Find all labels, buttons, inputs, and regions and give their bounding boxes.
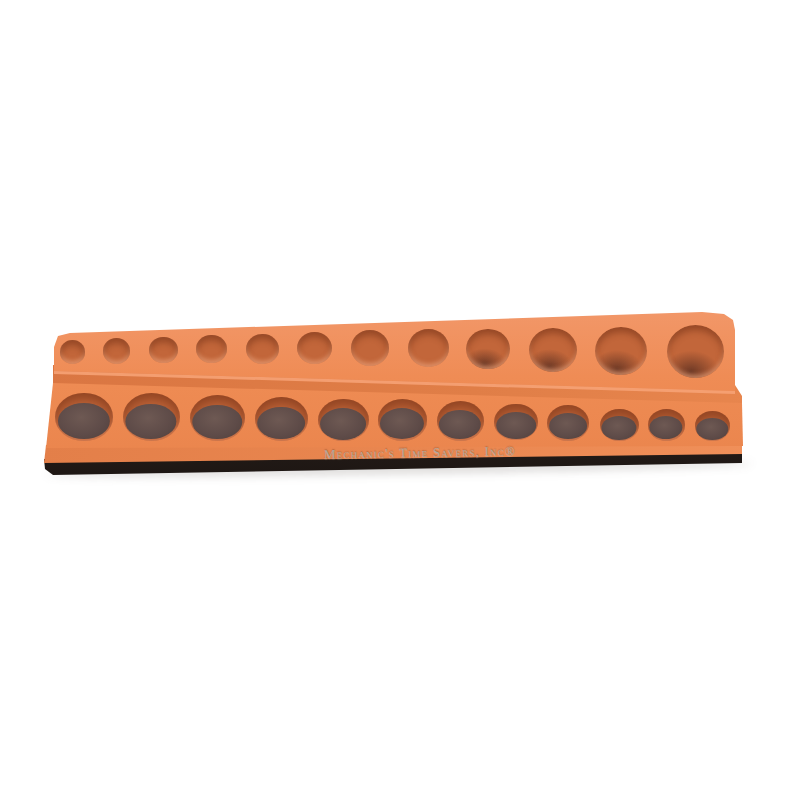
photo-background: Mechanic's Time Savers, Inc® <box>0 0 800 800</box>
magnet-disc <box>380 408 424 438</box>
magnet-disc <box>125 404 176 439</box>
magnet-disc <box>601 416 636 440</box>
magnet-disc <box>649 416 682 439</box>
large-socket-hole <box>547 405 589 440</box>
socket-organizer-tray: Mechanic's Time Savers, Inc® <box>40 305 764 485</box>
large-socket-hole <box>255 397 308 442</box>
magnet-disc <box>257 407 305 440</box>
magnet-disc <box>439 410 481 439</box>
large-socket-hole <box>190 395 245 441</box>
magnet-disc <box>320 408 366 440</box>
magnet-disc <box>549 413 587 439</box>
magnet-disc <box>696 418 728 440</box>
magnet-disc <box>58 403 110 439</box>
large-socket-hole <box>600 409 639 442</box>
large-socket-hole <box>648 409 685 440</box>
large-socket-hole <box>318 399 369 442</box>
large-socket-hole <box>55 393 113 442</box>
large-socket-hole <box>695 411 730 440</box>
large-socket-hole <box>123 393 180 441</box>
magnet-disc <box>192 405 242 439</box>
large-socket-hole <box>437 401 484 440</box>
magnet-disc <box>496 412 536 439</box>
large-socket-hole <box>378 399 427 440</box>
large-socket-hole <box>494 404 538 441</box>
